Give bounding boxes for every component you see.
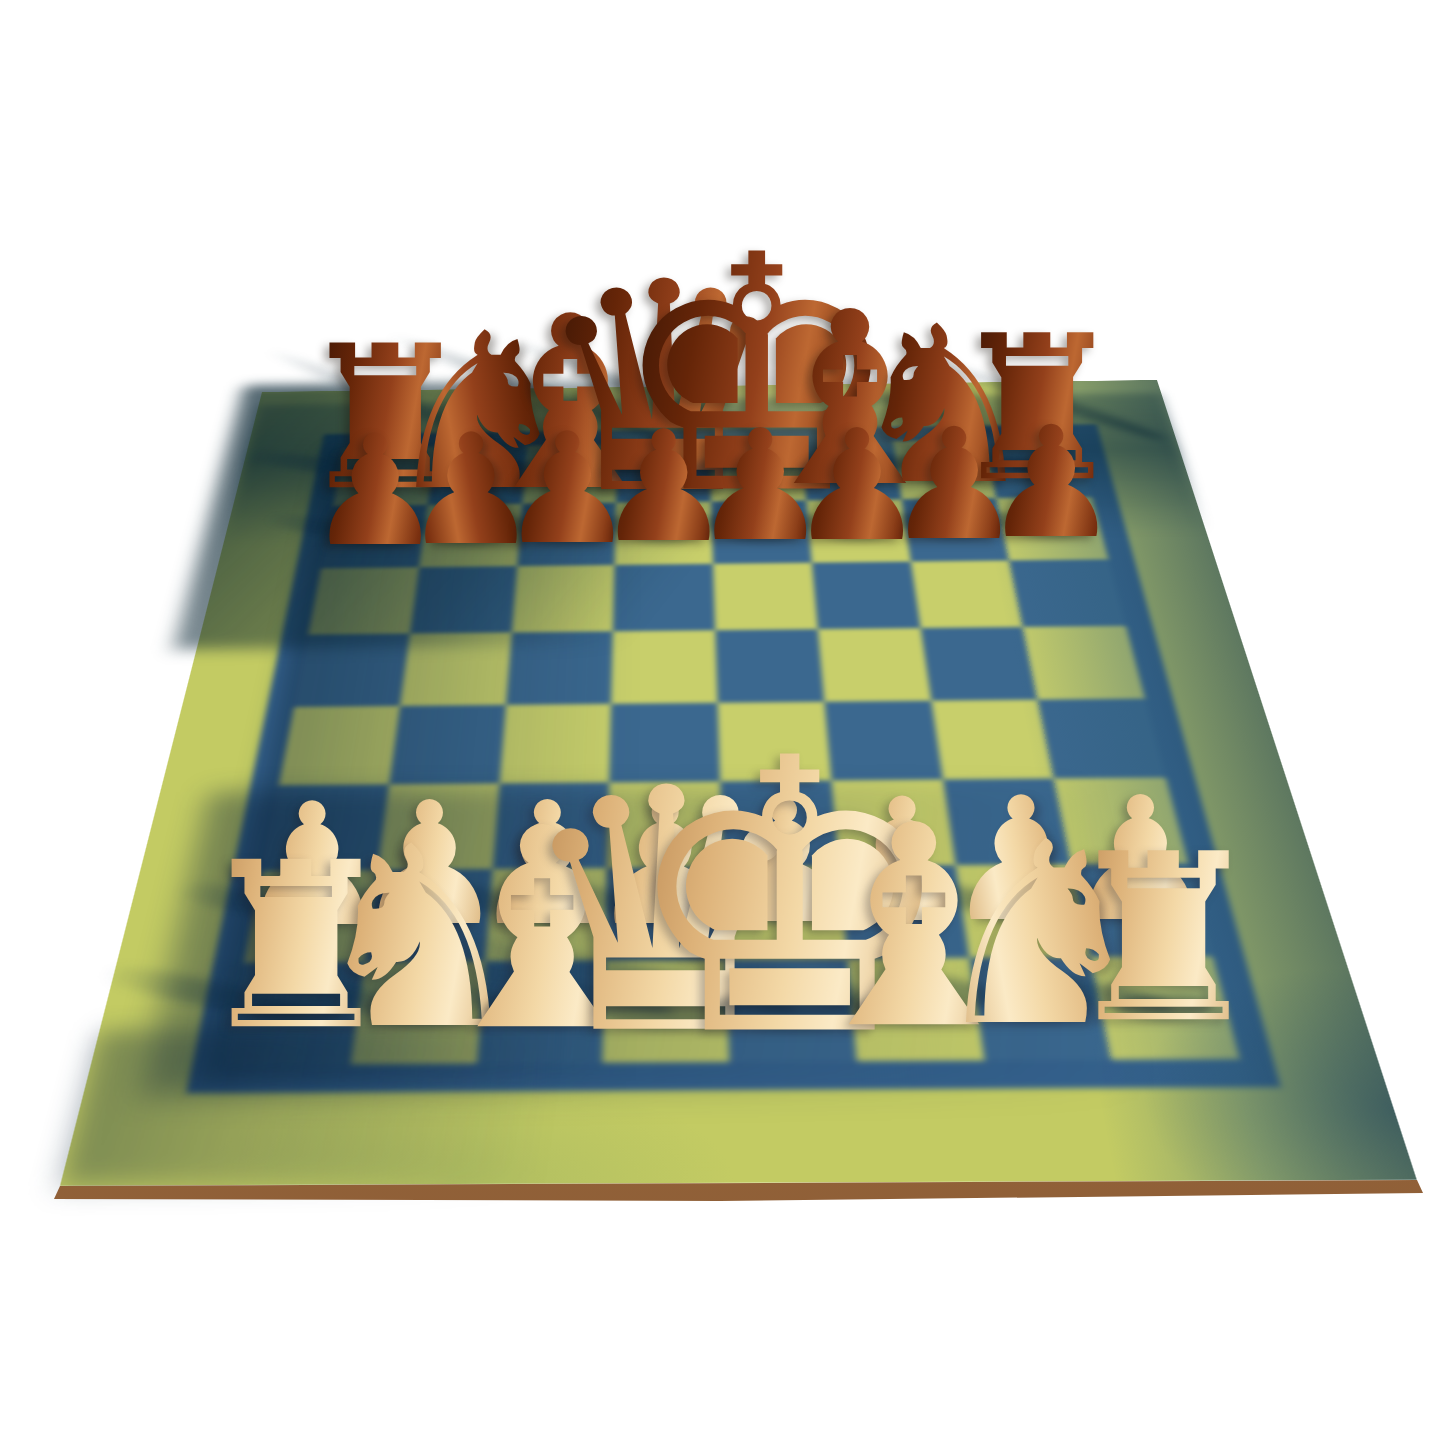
piece-black-pawn-h7[interactable]: ♟ [982,406,1120,560]
piece-white-rook-h1[interactable]: ♜ [1060,824,1268,1056]
pieces-layer: ♜♞♝♛♚♝♞♜♟♟♟♟♟♟♟♟♟♟♟♟♟♟♟♟♜♞♝♛♚♝♞♜ [0,0,1445,1445]
photo-scene: ♜♞♝♛♚♝♞♜♟♟♟♟♟♟♟♟♟♟♟♟♟♟♟♟♜♞♝♛♚♝♞♜ [0,0,1445,1445]
